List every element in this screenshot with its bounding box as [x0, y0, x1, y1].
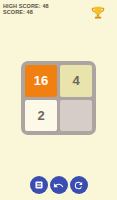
app-screen: { "game": "2048", "variant": "2x2 grid",…: [0, 0, 117, 200]
tile-2: 2: [25, 100, 57, 132]
restart-icon: [73, 180, 84, 191]
game-board[interactable]: 1642: [21, 61, 96, 135]
restart-button[interactable]: [70, 176, 88, 194]
score-text: SCORE: 48: [3, 9, 49, 15]
score-panel: HIGH SCORE: 48 SCORE: 48: [3, 3, 49, 16]
undo-icon: [53, 180, 64, 191]
tile-4: 4: [60, 65, 92, 97]
empty-cell: [60, 100, 92, 132]
trophy-icon: [90, 3, 106, 21]
undo-button[interactable]: [50, 176, 68, 194]
menu-button[interactable]: [30, 176, 48, 194]
tile-16: 16: [25, 65, 57, 97]
toolbar: [0, 176, 117, 194]
list-icon: [34, 180, 44, 190]
